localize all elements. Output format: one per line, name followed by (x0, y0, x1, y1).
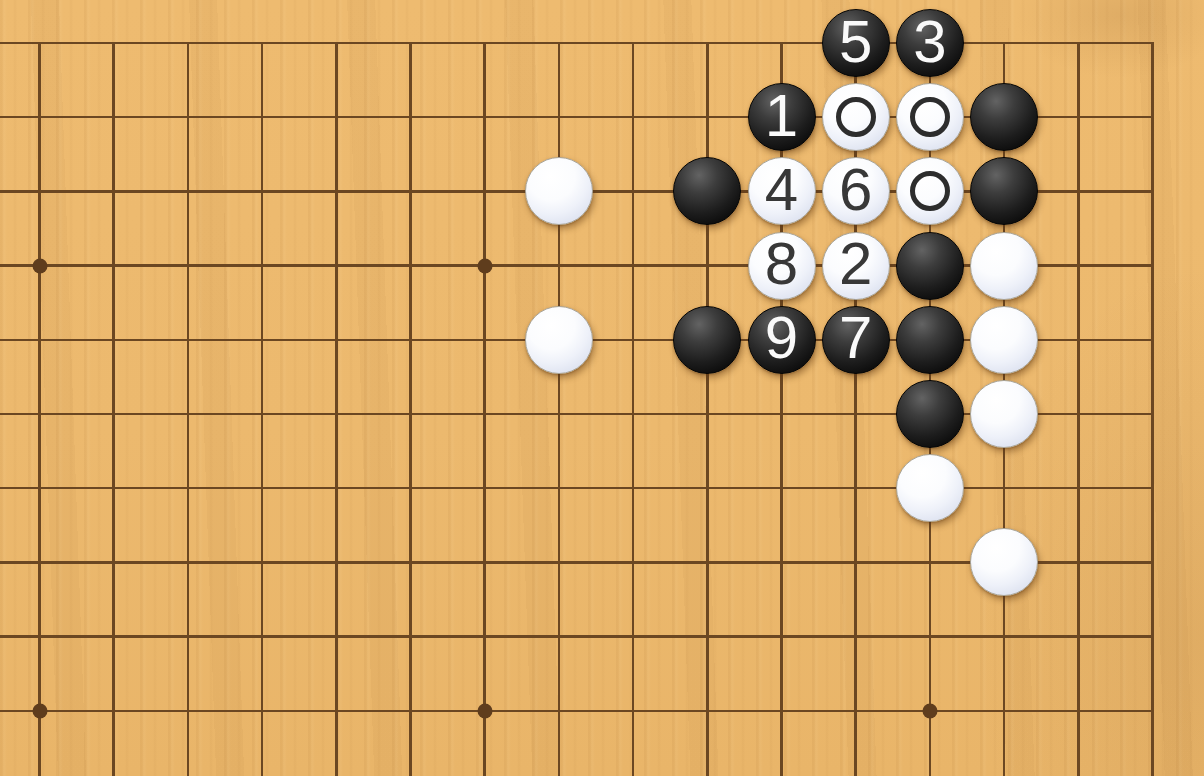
grid-line-v-colD (38, 42, 41, 776)
move-number-label: 4 (765, 160, 798, 223)
move-number-label: 5 (839, 12, 872, 75)
grid-line-v-colK (483, 42, 486, 776)
black-stone-Q14[interactable] (896, 380, 964, 448)
black-stone-N15[interactable] (673, 306, 741, 374)
grid-line-v-colM (632, 42, 635, 776)
grid-line-v-colO (780, 42, 783, 776)
move-number-label: 3 (913, 12, 946, 75)
grid-line-v-colJ (409, 42, 412, 776)
move-number-label: 8 (765, 234, 798, 297)
move-number-label: 1 (765, 86, 798, 149)
grid-line-h-row19 (0, 42, 1154, 45)
black-stone-R18[interactable] (970, 83, 1038, 151)
white-stone-Q18[interactable] (896, 83, 964, 151)
white-stone-R15[interactable] (970, 306, 1038, 374)
grid-line-h-row13 (0, 487, 1154, 490)
star-point-D10 (32, 703, 47, 718)
grid-line-v-colL (558, 42, 561, 776)
black-stone-O18[interactable]: 1 (748, 83, 816, 151)
circle-marker-icon (836, 97, 876, 137)
move-number-label: 9 (765, 308, 798, 371)
white-stone-Q17[interactable] (896, 157, 964, 225)
star-point-K16 (477, 258, 492, 273)
white-stone-O17[interactable]: 4 (748, 157, 816, 225)
white-stone-L15[interactable] (525, 306, 593, 374)
star-point-K10 (477, 703, 492, 718)
grid-line-v-colG (261, 42, 264, 776)
black-stone-P19[interactable]: 5 (822, 9, 890, 77)
circle-marker-icon (910, 97, 950, 137)
white-stone-R16[interactable] (970, 232, 1038, 300)
white-stone-R14[interactable] (970, 380, 1038, 448)
black-stone-Q19[interactable]: 3 (896, 9, 964, 77)
white-stone-P18[interactable] (822, 83, 890, 151)
circle-marker-icon (910, 171, 950, 211)
grid-line-h-row10 (0, 710, 1154, 713)
white-stone-L17[interactable] (525, 157, 593, 225)
black-stone-N17[interactable] (673, 157, 741, 225)
star-point-Q10 (922, 703, 937, 718)
black-stone-P15[interactable]: 7 (822, 306, 890, 374)
move-number-label: 7 (839, 308, 872, 371)
grid-line-v-colF (187, 42, 190, 776)
grid-line-v-colT (1151, 42, 1154, 776)
grid-line-v-colP (854, 42, 857, 776)
grid-line-v-colE (112, 42, 115, 776)
white-stone-O16[interactable]: 8 (748, 232, 816, 300)
grid-line-h-row11 (0, 635, 1154, 638)
black-stone-Q16[interactable] (896, 232, 964, 300)
white-stone-R12[interactable] (970, 528, 1038, 596)
white-stone-P17[interactable]: 6 (822, 157, 890, 225)
grid-line-v-colH (335, 42, 338, 776)
move-number-label: 2 (839, 234, 872, 297)
move-number-label: 6 (839, 160, 872, 223)
go-board[interactable]: 531974682 (0, 0, 1204, 776)
grid-line-v-colN (706, 42, 709, 776)
star-point-D16 (32, 258, 47, 273)
black-stone-Q15[interactable] (896, 306, 964, 374)
white-stone-Q13[interactable] (896, 454, 964, 522)
white-stone-P16[interactable]: 2 (822, 232, 890, 300)
black-stone-R17[interactable] (970, 157, 1038, 225)
grid-line-v-colS (1077, 42, 1080, 776)
black-stone-O15[interactable]: 9 (748, 306, 816, 374)
